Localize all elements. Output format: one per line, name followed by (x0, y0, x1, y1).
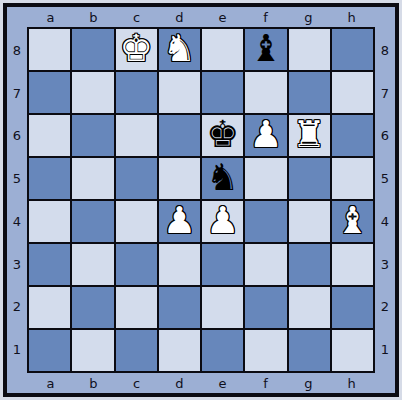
square-d8[interactable]: ♞ (159, 29, 200, 70)
file-label-d: d (158, 373, 201, 393)
rank-label-5: 5 (375, 157, 395, 200)
square-h6[interactable] (332, 115, 373, 156)
square-f2[interactable] (245, 287, 286, 328)
square-d6[interactable] (159, 115, 200, 156)
square-h1[interactable] (332, 330, 373, 371)
square-e8[interactable] (202, 29, 243, 70)
square-g2[interactable] (289, 287, 330, 328)
square-f4[interactable] (245, 201, 286, 242)
square-e3[interactable] (202, 244, 243, 285)
square-d3[interactable] (159, 244, 200, 285)
rank-label-2: 2 (7, 286, 27, 329)
square-d1[interactable] (159, 330, 200, 371)
chess-board-diagram: abcdefgh 87654321 ♚♞♝♚♟♜♞♟♟♝ 87654321 ab… (0, 0, 402, 400)
rank-label-3: 3 (7, 243, 27, 286)
square-d7[interactable] (159, 72, 200, 113)
square-c7[interactable] (116, 72, 157, 113)
square-a1[interactable] (29, 330, 70, 371)
rank-label-7: 7 (7, 72, 27, 115)
file-label-g: g (287, 7, 330, 27)
rank-labels-left: 87654321 (7, 29, 27, 371)
square-h3[interactable] (332, 244, 373, 285)
square-g5[interactable] (289, 158, 330, 199)
file-label-g: g (287, 373, 330, 393)
square-a6[interactable] (29, 115, 70, 156)
square-e6[interactable]: ♚ (202, 115, 243, 156)
square-f3[interactable] (245, 244, 286, 285)
piece-black-king[interactable]: ♚ (206, 116, 239, 153)
square-h8[interactable] (332, 29, 373, 70)
piece-white-pawn[interactable]: ♟ (163, 202, 196, 239)
rank-label-4: 4 (375, 200, 395, 243)
square-h5[interactable] (332, 158, 373, 199)
square-e1[interactable] (202, 330, 243, 371)
piece-white-bishop[interactable]: ♝ (336, 202, 369, 239)
square-b7[interactable] (72, 72, 113, 113)
square-b4[interactable] (72, 201, 113, 242)
file-label-h: h (330, 7, 373, 27)
rank-label-8: 8 (7, 29, 27, 72)
file-labels-top: abcdefgh (29, 7, 373, 27)
piece-white-pawn[interactable]: ♟ (206, 202, 239, 239)
file-label-b: b (72, 373, 115, 393)
square-d2[interactable] (159, 287, 200, 328)
rank-label-8: 8 (375, 29, 395, 72)
piece-black-knight[interactable]: ♞ (206, 159, 239, 196)
square-g3[interactable] (289, 244, 330, 285)
square-b3[interactable] (72, 244, 113, 285)
piece-white-king[interactable]: ♚ (120, 30, 153, 67)
file-label-b: b (72, 7, 115, 27)
piece-white-rook[interactable]: ♜ (293, 116, 326, 153)
square-a8[interactable] (29, 29, 70, 70)
piece-white-knight[interactable]: ♞ (163, 30, 196, 67)
square-h2[interactable] (332, 287, 373, 328)
piece-black-bishop[interactable]: ♝ (249, 30, 282, 67)
rank-label-7: 7 (375, 72, 395, 115)
square-c2[interactable] (116, 287, 157, 328)
file-label-f: f (244, 373, 287, 393)
square-b5[interactable] (72, 158, 113, 199)
rank-label-4: 4 (7, 200, 27, 243)
square-e7[interactable] (202, 72, 243, 113)
square-a4[interactable] (29, 201, 70, 242)
rank-label-3: 3 (375, 243, 395, 286)
square-c3[interactable] (116, 244, 157, 285)
square-b6[interactable] (72, 115, 113, 156)
square-b1[interactable] (72, 330, 113, 371)
file-label-c: c (115, 7, 158, 27)
file-label-a: a (29, 373, 72, 393)
chess-board: ♚♞♝♚♟♜♞♟♟♝ (27, 27, 375, 373)
file-label-e: e (201, 373, 244, 393)
square-a5[interactable] (29, 158, 70, 199)
file-label-a: a (29, 7, 72, 27)
square-g1[interactable] (289, 330, 330, 371)
square-f6[interactable]: ♟ (245, 115, 286, 156)
file-label-d: d (158, 7, 201, 27)
file-label-c: c (115, 373, 158, 393)
square-b2[interactable] (72, 287, 113, 328)
square-g7[interactable] (289, 72, 330, 113)
file-label-f: f (244, 7, 287, 27)
file-label-h: h (330, 373, 373, 393)
piece-white-pawn[interactable]: ♟ (249, 116, 282, 153)
square-c1[interactable] (116, 330, 157, 371)
square-d4[interactable]: ♟ (159, 201, 200, 242)
square-g8[interactable] (289, 29, 330, 70)
rank-label-1: 1 (375, 328, 395, 371)
square-h7[interactable] (332, 72, 373, 113)
rank-labels-right: 87654321 (375, 29, 395, 371)
square-h4[interactable]: ♝ (332, 201, 373, 242)
square-a7[interactable] (29, 72, 70, 113)
rank-label-6: 6 (375, 115, 395, 158)
square-f5[interactable] (245, 158, 286, 199)
square-g4[interactable] (289, 201, 330, 242)
square-e5[interactable]: ♞ (202, 158, 243, 199)
square-a2[interactable] (29, 287, 70, 328)
rank-label-5: 5 (7, 157, 27, 200)
square-e2[interactable] (202, 287, 243, 328)
square-b8[interactable] (72, 29, 113, 70)
square-f1[interactable] (245, 330, 286, 371)
rank-label-6: 6 (7, 115, 27, 158)
square-c4[interactable] (116, 201, 157, 242)
file-label-e: e (201, 7, 244, 27)
board-frame: abcdefgh 87654321 ♚♞♝♚♟♜♞♟♟♝ 87654321 ab… (3, 3, 399, 397)
rank-label-1: 1 (7, 328, 27, 371)
square-f8[interactable]: ♝ (245, 29, 286, 70)
square-d5[interactable] (159, 158, 200, 199)
square-a3[interactable] (29, 244, 70, 285)
square-c5[interactable] (116, 158, 157, 199)
rank-label-2: 2 (375, 286, 395, 329)
file-labels-bottom: abcdefgh (29, 373, 373, 393)
square-c6[interactable] (116, 115, 157, 156)
square-c8[interactable]: ♚ (116, 29, 157, 70)
square-f7[interactable] (245, 72, 286, 113)
square-g6[interactable]: ♜ (289, 115, 330, 156)
square-e4[interactable]: ♟ (202, 201, 243, 242)
